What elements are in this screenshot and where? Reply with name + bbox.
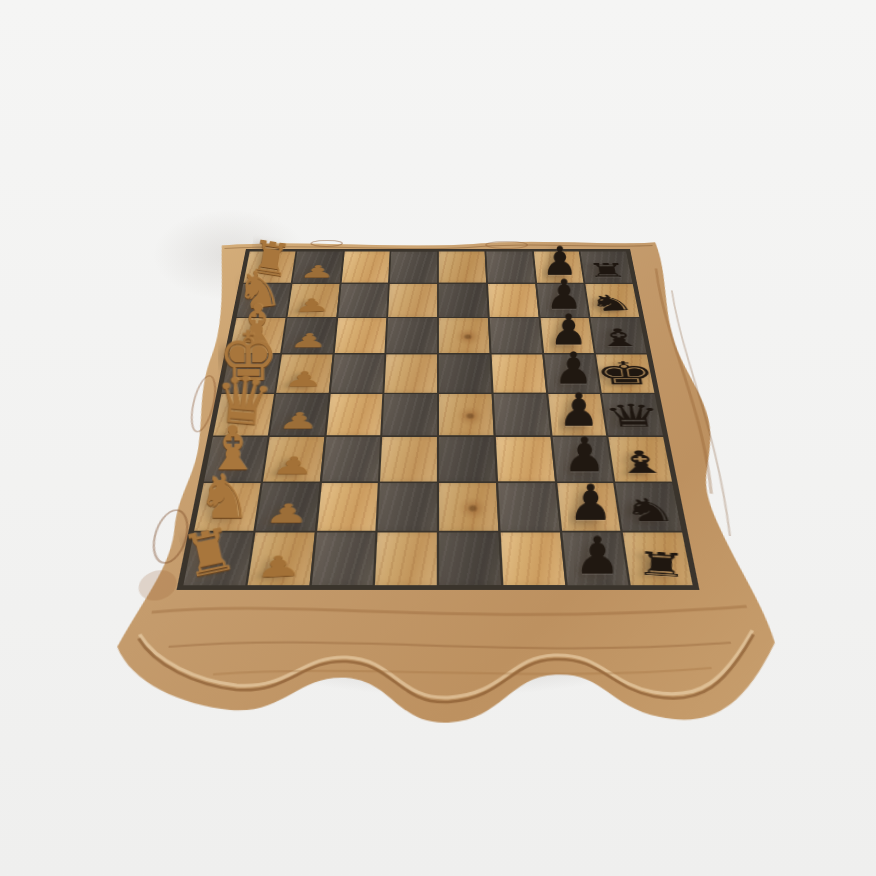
square-c8: ♝ (609, 437, 672, 481)
square-f7: ♟ (540, 318, 594, 353)
square-a6 (500, 533, 564, 585)
piece-black-pawn: ♟ (574, 529, 621, 581)
piece-white-pawn: ♟ (288, 331, 329, 350)
square-a3 (311, 533, 375, 585)
square-b8: ♞ (616, 483, 682, 531)
square-b5 (439, 483, 498, 531)
square-c4 (380, 437, 437, 481)
square-h7: ♟ (533, 252, 583, 283)
piece-black-rook: ♜ (585, 261, 629, 280)
square-c2: ♟ (263, 437, 324, 481)
square-f5 (439, 318, 489, 353)
square-b1: ♞ (194, 483, 260, 531)
piece-black-queen: ♛ (601, 400, 665, 432)
piece-white-pawn: ♟ (298, 263, 336, 280)
piece-black-pawn: ♟ (563, 430, 606, 478)
photo-canvas: ♜♟♟♜♞♟♟♞♝♟♟♝♚♟♟♚♛♟♟♛♝♟♟♝♞♟♟♞♜♟♟♜ (0, 0, 876, 876)
square-h4 (390, 252, 437, 283)
piece-white-pawn: ♟ (263, 501, 311, 527)
square-f3 (334, 318, 386, 353)
square-h2: ♟ (292, 252, 342, 283)
square-b7: ♟ (557, 483, 621, 531)
square-h1: ♜ (244, 252, 296, 283)
piece-white-pawn: ♟ (293, 295, 330, 314)
piece-black-knight: ♞ (619, 495, 679, 527)
square-a7: ♟ (562, 533, 629, 585)
square-a8: ♜ (623, 533, 693, 585)
square-b6 (498, 483, 559, 531)
square-a5 (439, 533, 501, 585)
square-b3 (317, 483, 378, 531)
chess-board: ♜♟♟♜♞♟♟♞♝♟♟♝♚♟♟♚♛♟♟♛♝♟♟♝♞♟♟♞♜♟♟♜ (74, 227, 801, 728)
square-f4 (387, 318, 437, 353)
square-b4 (378, 483, 437, 531)
board-grid: ♜♟♟♜♞♟♟♞♝♟♟♝♚♟♟♚♛♟♟♛♝♟♟♝♞♟♟♞♜♟♟♜ (181, 251, 696, 588)
square-c1: ♝ (204, 437, 267, 481)
square-h3 (341, 252, 390, 283)
square-c7: ♟ (552, 437, 613, 481)
piece-black-bishop: ♝ (593, 326, 645, 350)
square-h8: ♜ (581, 252, 633, 283)
square-h6 (486, 252, 535, 283)
square-h5 (439, 252, 486, 283)
piece-black-pawn: ♟ (568, 478, 613, 528)
piece-black-knight: ♞ (584, 291, 637, 315)
piece-black-bishop: ♝ (611, 447, 670, 478)
piece-black-king: ♚ (592, 358, 658, 390)
square-a1: ♜ (183, 533, 253, 585)
square-f6 (490, 318, 542, 353)
square-a2: ♟ (247, 533, 314, 585)
square-c3 (322, 437, 381, 481)
piece-white-pawn: ♟ (277, 409, 321, 431)
square-f8: ♝ (591, 318, 647, 353)
square-b2: ♟ (255, 483, 319, 531)
piece-white-knight: ♞ (197, 467, 252, 528)
square-c6 (496, 437, 555, 481)
square-c5 (439, 437, 496, 481)
piece-white-pawn: ♟ (283, 369, 325, 390)
square-f1: ♝ (229, 318, 285, 353)
square-f2: ♟ (282, 318, 336, 353)
piece-white-pawn: ♟ (270, 453, 316, 477)
square-a4 (375, 533, 437, 585)
